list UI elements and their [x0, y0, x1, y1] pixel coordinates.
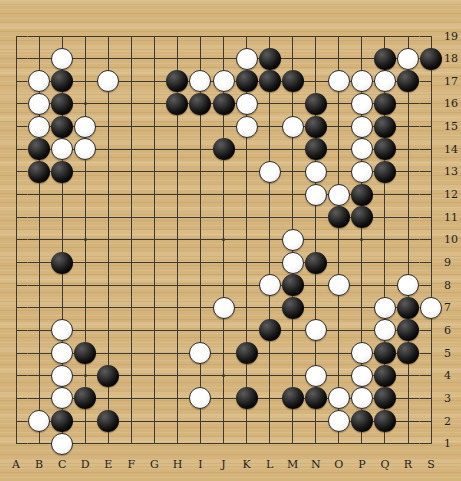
cell-O3[interactable]: ○ [327, 387, 350, 410]
cell-F19[interactable] [120, 25, 143, 48]
cell-J18[interactable] [212, 47, 235, 70]
cell-F13[interactable] [120, 161, 143, 184]
cell-N11[interactable] [304, 206, 327, 229]
cell-Q14[interactable]: ● [373, 138, 396, 161]
cell-K2[interactable] [235, 410, 258, 433]
cell-L19[interactable] [258, 25, 281, 48]
cell-Q19[interactable] [373, 25, 396, 48]
cell-R15[interactable] [396, 115, 419, 138]
cell-E16[interactable] [97, 93, 120, 116]
cell-J10[interactable] [212, 229, 235, 252]
cell-F5[interactable] [120, 342, 143, 365]
cell-E19[interactable] [97, 25, 120, 48]
cell-S8[interactable] [420, 274, 443, 297]
cell-H5[interactable] [166, 342, 189, 365]
cell-N9[interactable]: ● [304, 251, 327, 274]
cell-H10[interactable] [166, 229, 189, 252]
cell-I12[interactable] [189, 183, 212, 206]
cell-K6[interactable] [235, 319, 258, 342]
cell-A7[interactable] [5, 297, 28, 320]
cell-S2[interactable] [420, 410, 443, 433]
cell-E17[interactable]: ○ [97, 70, 120, 93]
cell-M4[interactable] [281, 364, 304, 387]
cell-N5[interactable] [304, 342, 327, 365]
cell-L1[interactable] [258, 432, 281, 455]
cell-R2[interactable] [396, 410, 419, 433]
cell-B13[interactable]: ● [28, 161, 51, 184]
cell-I16[interactable]: ● [189, 93, 212, 116]
cell-R18[interactable]: ○ [396, 47, 419, 70]
cell-J15[interactable] [212, 115, 235, 138]
cell-R13[interactable] [396, 161, 419, 184]
cell-S3[interactable] [420, 387, 443, 410]
cell-B14[interactable]: ● [28, 138, 51, 161]
cell-F7[interactable] [120, 297, 143, 320]
cell-F1[interactable] [120, 432, 143, 455]
cell-D2[interactable] [74, 410, 97, 433]
cell-O13[interactable] [327, 161, 350, 184]
cell-M17[interactable]: ● [281, 70, 304, 93]
cell-O2[interactable]: ○ [327, 410, 350, 433]
cell-O7[interactable] [327, 297, 350, 320]
cell-G3[interactable] [143, 387, 166, 410]
cell-C13[interactable]: ● [51, 161, 74, 184]
cell-F10[interactable] [120, 229, 143, 252]
cell-H14[interactable] [166, 138, 189, 161]
cell-G13[interactable] [143, 161, 166, 184]
cell-H12[interactable] [166, 183, 189, 206]
cell-L9[interactable] [258, 251, 281, 274]
cell-J16[interactable]: ● [212, 93, 235, 116]
cell-I11[interactable] [189, 206, 212, 229]
cell-L17[interactable]: ● [258, 70, 281, 93]
cell-K3[interactable]: ● [235, 387, 258, 410]
cell-M14[interactable] [281, 138, 304, 161]
cell-E1[interactable] [97, 432, 120, 455]
cell-S11[interactable] [420, 206, 443, 229]
cell-M6[interactable] [281, 319, 304, 342]
cell-Q10[interactable] [373, 229, 396, 252]
cell-I17[interactable]: ○ [189, 70, 212, 93]
cell-S18[interactable]: ● [420, 47, 443, 70]
cell-E7[interactable] [97, 297, 120, 320]
cell-G11[interactable] [143, 206, 166, 229]
cell-R6[interactable]: ● [396, 319, 419, 342]
cell-L16[interactable] [258, 93, 281, 116]
cell-H16[interactable]: ● [166, 93, 189, 116]
cell-G1[interactable] [143, 432, 166, 455]
cell-K19[interactable] [235, 25, 258, 48]
cell-B16[interactable]: ○ [28, 93, 51, 116]
cell-J5[interactable] [212, 342, 235, 365]
cell-E8[interactable] [97, 274, 120, 297]
cell-F8[interactable] [120, 274, 143, 297]
cell-E2[interactable]: ● [97, 410, 120, 433]
cell-N3[interactable]: ● [304, 387, 327, 410]
cell-O14[interactable] [327, 138, 350, 161]
cell-N12[interactable]: ○ [304, 183, 327, 206]
cell-E4[interactable]: ● [97, 364, 120, 387]
cell-R11[interactable] [396, 206, 419, 229]
cell-J19[interactable] [212, 25, 235, 48]
cell-F15[interactable] [120, 115, 143, 138]
cell-S12[interactable] [420, 183, 443, 206]
cell-S4[interactable] [420, 364, 443, 387]
cell-C17[interactable]: ● [51, 70, 74, 93]
cell-R4[interactable] [396, 364, 419, 387]
cell-B11[interactable] [28, 206, 51, 229]
cell-B2[interactable]: ○ [28, 410, 51, 433]
cell-P3[interactable]: ○ [350, 387, 373, 410]
cell-G17[interactable] [143, 70, 166, 93]
cell-P1[interactable] [350, 432, 373, 455]
cell-M8[interactable]: ● [281, 274, 304, 297]
cell-A16[interactable] [5, 93, 28, 116]
cell-S5[interactable] [420, 342, 443, 365]
cell-R3[interactable] [396, 387, 419, 410]
cell-J12[interactable] [212, 183, 235, 206]
cell-D18[interactable] [74, 47, 97, 70]
cell-A13[interactable] [5, 161, 28, 184]
cell-D8[interactable] [74, 274, 97, 297]
cell-H8[interactable] [166, 274, 189, 297]
cell-H18[interactable] [166, 47, 189, 70]
cell-D1[interactable] [74, 432, 97, 455]
cell-I1[interactable] [189, 432, 212, 455]
cell-J14[interactable]: ● [212, 138, 235, 161]
cell-D13[interactable] [74, 161, 97, 184]
cell-F9[interactable] [120, 251, 143, 274]
cell-I9[interactable] [189, 251, 212, 274]
cell-K14[interactable] [235, 138, 258, 161]
cell-A1[interactable] [5, 432, 28, 455]
cell-O16[interactable] [327, 93, 350, 116]
cell-A10[interactable] [5, 229, 28, 252]
cell-G16[interactable] [143, 93, 166, 116]
cell-M2[interactable] [281, 410, 304, 433]
cell-K11[interactable] [235, 206, 258, 229]
cell-N13[interactable]: ○ [304, 161, 327, 184]
cell-B7[interactable] [28, 297, 51, 320]
cell-D16[interactable] [74, 93, 97, 116]
cell-C7[interactable] [51, 297, 74, 320]
cell-L18[interactable]: ● [258, 47, 281, 70]
cell-D15[interactable]: ○ [74, 115, 97, 138]
cell-K9[interactable] [235, 251, 258, 274]
cell-F4[interactable] [120, 364, 143, 387]
cell-I7[interactable] [189, 297, 212, 320]
cell-E11[interactable] [97, 206, 120, 229]
cell-P9[interactable] [350, 251, 373, 274]
cell-Q4[interactable]: ● [373, 364, 396, 387]
cell-C14[interactable]: ○ [51, 138, 74, 161]
cell-N19[interactable] [304, 25, 327, 48]
cell-H13[interactable] [166, 161, 189, 184]
cell-A2[interactable] [5, 410, 28, 433]
cell-B6[interactable] [28, 319, 51, 342]
cell-L3[interactable] [258, 387, 281, 410]
cell-B5[interactable] [28, 342, 51, 365]
cell-G2[interactable] [143, 410, 166, 433]
cell-Q1[interactable] [373, 432, 396, 455]
cell-C8[interactable] [51, 274, 74, 297]
cell-I4[interactable] [189, 364, 212, 387]
cell-P19[interactable] [350, 25, 373, 48]
cell-F16[interactable] [120, 93, 143, 116]
cell-G6[interactable] [143, 319, 166, 342]
cell-R10[interactable] [396, 229, 419, 252]
cell-I6[interactable] [189, 319, 212, 342]
cell-S16[interactable] [420, 93, 443, 116]
cell-N2[interactable] [304, 410, 327, 433]
cell-K8[interactable] [235, 274, 258, 297]
cell-P7[interactable] [350, 297, 373, 320]
cell-A6[interactable] [5, 319, 28, 342]
cell-C16[interactable]: ● [51, 93, 74, 116]
cell-J4[interactable] [212, 364, 235, 387]
cell-K16[interactable]: ○ [235, 93, 258, 116]
cell-F14[interactable] [120, 138, 143, 161]
cell-Q3[interactable]: ● [373, 387, 396, 410]
cell-G10[interactable] [143, 229, 166, 252]
cell-C6[interactable]: ○ [51, 319, 74, 342]
cell-E3[interactable] [97, 387, 120, 410]
cell-K7[interactable] [235, 297, 258, 320]
cell-N1[interactable] [304, 432, 327, 455]
cell-P12[interactable]: ● [350, 183, 373, 206]
cell-S15[interactable] [420, 115, 443, 138]
cell-I5[interactable]: ○ [189, 342, 212, 365]
cell-R19[interactable] [396, 25, 419, 48]
cell-C10[interactable] [51, 229, 74, 252]
cell-Q15[interactable]: ● [373, 115, 396, 138]
cell-N4[interactable]: ○ [304, 364, 327, 387]
cell-K1[interactable] [235, 432, 258, 455]
cell-A15[interactable] [5, 115, 28, 138]
cell-L8[interactable]: ○ [258, 274, 281, 297]
cell-J2[interactable] [212, 410, 235, 433]
cell-Q16[interactable]: ● [373, 93, 396, 116]
cell-B10[interactable] [28, 229, 51, 252]
cell-K17[interactable]: ● [235, 70, 258, 93]
cell-A4[interactable] [5, 364, 28, 387]
cell-B9[interactable] [28, 251, 51, 274]
cell-F18[interactable] [120, 47, 143, 70]
cell-R12[interactable] [396, 183, 419, 206]
cell-J13[interactable] [212, 161, 235, 184]
cell-O15[interactable] [327, 115, 350, 138]
cell-N18[interactable] [304, 47, 327, 70]
cell-J1[interactable] [212, 432, 235, 455]
cell-Q17[interactable]: ○ [373, 70, 396, 93]
cell-K15[interactable]: ○ [235, 115, 258, 138]
cell-A8[interactable] [5, 274, 28, 297]
cell-J6[interactable] [212, 319, 235, 342]
cell-Q9[interactable] [373, 251, 396, 274]
cell-B12[interactable] [28, 183, 51, 206]
cell-H7[interactable] [166, 297, 189, 320]
cell-D10[interactable] [74, 229, 97, 252]
cell-G8[interactable] [143, 274, 166, 297]
cell-N14[interactable]: ● [304, 138, 327, 161]
cell-H4[interactable] [166, 364, 189, 387]
cell-G19[interactable] [143, 25, 166, 48]
cell-I3[interactable]: ○ [189, 387, 212, 410]
cell-I19[interactable] [189, 25, 212, 48]
cell-L14[interactable] [258, 138, 281, 161]
cell-E5[interactable] [97, 342, 120, 365]
cell-P8[interactable] [350, 274, 373, 297]
cell-M19[interactable] [281, 25, 304, 48]
cell-O18[interactable] [327, 47, 350, 70]
cell-K5[interactable]: ● [235, 342, 258, 365]
cell-L7[interactable] [258, 297, 281, 320]
cell-P15[interactable]: ○ [350, 115, 373, 138]
cell-L11[interactable] [258, 206, 281, 229]
cell-E9[interactable] [97, 251, 120, 274]
cell-H1[interactable] [166, 432, 189, 455]
cell-N8[interactable] [304, 274, 327, 297]
cell-P5[interactable]: ○ [350, 342, 373, 365]
cell-Q7[interactable]: ○ [373, 297, 396, 320]
cell-N7[interactable] [304, 297, 327, 320]
cell-A11[interactable] [5, 206, 28, 229]
cell-H17[interactable]: ● [166, 70, 189, 93]
cell-E18[interactable] [97, 47, 120, 70]
cell-M15[interactable]: ○ [281, 115, 304, 138]
cell-S19[interactable] [420, 25, 443, 48]
cell-C15[interactable]: ● [51, 115, 74, 138]
cell-M9[interactable]: ○ [281, 251, 304, 274]
cell-N17[interactable] [304, 70, 327, 93]
cell-F17[interactable] [120, 70, 143, 93]
cell-D12[interactable] [74, 183, 97, 206]
cell-F3[interactable] [120, 387, 143, 410]
cell-M1[interactable] [281, 432, 304, 455]
cell-I10[interactable] [189, 229, 212, 252]
cell-A17[interactable] [5, 70, 28, 93]
cell-N16[interactable]: ● [304, 93, 327, 116]
cell-D7[interactable] [74, 297, 97, 320]
cell-M5[interactable] [281, 342, 304, 365]
cell-O4[interactable] [327, 364, 350, 387]
cell-H3[interactable] [166, 387, 189, 410]
cell-N10[interactable] [304, 229, 327, 252]
cell-O12[interactable]: ○ [327, 183, 350, 206]
cell-P2[interactable]: ● [350, 410, 373, 433]
cell-B8[interactable] [28, 274, 51, 297]
cell-A5[interactable] [5, 342, 28, 365]
cell-B18[interactable] [28, 47, 51, 70]
cell-A18[interactable] [5, 47, 28, 70]
cell-J3[interactable] [212, 387, 235, 410]
cell-N6[interactable]: ○ [304, 319, 327, 342]
cell-A3[interactable] [5, 387, 28, 410]
cell-P18[interactable] [350, 47, 373, 70]
cell-G15[interactable] [143, 115, 166, 138]
cell-P14[interactable]: ○ [350, 138, 373, 161]
cell-Q5[interactable]: ● [373, 342, 396, 365]
cell-B4[interactable] [28, 364, 51, 387]
cell-G12[interactable] [143, 183, 166, 206]
cell-O17[interactable]: ○ [327, 70, 350, 93]
cell-F12[interactable] [120, 183, 143, 206]
cell-O5[interactable] [327, 342, 350, 365]
cell-C18[interactable]: ○ [51, 47, 74, 70]
cell-M13[interactable] [281, 161, 304, 184]
cell-A9[interactable] [5, 251, 28, 274]
cell-G9[interactable] [143, 251, 166, 274]
cell-P11[interactable]: ● [350, 206, 373, 229]
cell-I13[interactable] [189, 161, 212, 184]
cell-C2[interactable]: ● [51, 410, 74, 433]
cell-E15[interactable] [97, 115, 120, 138]
cell-J8[interactable] [212, 274, 235, 297]
cell-J7[interactable]: ○ [212, 297, 235, 320]
cell-S1[interactable] [420, 432, 443, 455]
cell-H6[interactable] [166, 319, 189, 342]
cell-A19[interactable] [5, 25, 28, 48]
cell-L5[interactable] [258, 342, 281, 365]
cell-C1[interactable]: ○ [51, 432, 74, 455]
cell-L10[interactable] [258, 229, 281, 252]
cell-Q2[interactable]: ● [373, 410, 396, 433]
cell-R16[interactable] [396, 93, 419, 116]
cell-B17[interactable]: ○ [28, 70, 51, 93]
cell-G18[interactable] [143, 47, 166, 70]
cell-C9[interactable]: ● [51, 251, 74, 274]
cell-O11[interactable]: ● [327, 206, 350, 229]
cell-M11[interactable] [281, 206, 304, 229]
cell-H19[interactable] [166, 25, 189, 48]
cell-M7[interactable]: ● [281, 297, 304, 320]
cell-S17[interactable] [420, 70, 443, 93]
cell-I14[interactable] [189, 138, 212, 161]
cell-L6[interactable]: ● [258, 319, 281, 342]
cell-P10[interactable] [350, 229, 373, 252]
cell-K10[interactable] [235, 229, 258, 252]
cell-D9[interactable] [74, 251, 97, 274]
cell-J11[interactable] [212, 206, 235, 229]
cell-D6[interactable] [74, 319, 97, 342]
cell-R8[interactable]: ○ [396, 274, 419, 297]
cell-S7[interactable]: ○ [420, 297, 443, 320]
cell-K18[interactable]: ○ [235, 47, 258, 70]
cell-I18[interactable] [189, 47, 212, 70]
cell-G4[interactable] [143, 364, 166, 387]
cell-M18[interactable] [281, 47, 304, 70]
cell-R5[interactable]: ● [396, 342, 419, 365]
cell-Q6[interactable]: ○ [373, 319, 396, 342]
cell-P17[interactable]: ○ [350, 70, 373, 93]
cell-B1[interactable] [28, 432, 51, 455]
cell-E14[interactable] [97, 138, 120, 161]
cell-F11[interactable] [120, 206, 143, 229]
cell-H15[interactable] [166, 115, 189, 138]
cell-J9[interactable] [212, 251, 235, 274]
cell-D17[interactable] [74, 70, 97, 93]
cell-S10[interactable] [420, 229, 443, 252]
cell-D4[interactable] [74, 364, 97, 387]
cell-G7[interactable] [143, 297, 166, 320]
cell-R9[interactable] [396, 251, 419, 274]
cell-R1[interactable] [396, 432, 419, 455]
cell-D11[interactable] [74, 206, 97, 229]
cell-G5[interactable] [143, 342, 166, 365]
cell-I8[interactable] [189, 274, 212, 297]
cell-C4[interactable]: ○ [51, 364, 74, 387]
cell-I2[interactable] [189, 410, 212, 433]
